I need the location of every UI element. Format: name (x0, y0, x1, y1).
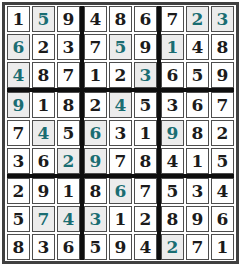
cell-r8c5[interactable]: 1 (109, 206, 132, 232)
cell-r8c3[interactable]: 4 (57, 206, 80, 232)
cell-r7c5[interactable]: 6 (109, 178, 132, 204)
sudoku-boxes: 1596234874867591237231486599187453622456… (7, 6, 234, 260)
cell-r4c7[interactable]: 3 (161, 92, 184, 118)
cell-r1c8[interactable]: 2 (186, 6, 209, 32)
cell-r9c4[interactable]: 5 (84, 234, 107, 260)
cell-r9c3[interactable]: 6 (57, 234, 80, 260)
cell-r4c5[interactable]: 4 (109, 92, 132, 118)
cell-r9c1[interactable]: 8 (7, 234, 30, 260)
cell-r5c2[interactable]: 4 (32, 120, 55, 146)
box-2: 486759123 (84, 6, 157, 88)
cell-r6c8[interactable]: 1 (186, 148, 209, 174)
cell-r7c6[interactable]: 7 (134, 178, 157, 204)
cell-r2c9[interactable]: 8 (211, 34, 234, 60)
cell-r4c6[interactable]: 5 (134, 92, 157, 118)
cell-r1c4[interactable]: 4 (84, 6, 107, 32)
cell-r4c2[interactable]: 1 (32, 92, 55, 118)
cell-r8c8[interactable]: 9 (186, 206, 209, 232)
cell-r8c9[interactable]: 6 (211, 206, 234, 232)
cell-r1c1[interactable]: 1 (7, 6, 30, 32)
cell-r2c2[interactable]: 2 (32, 34, 55, 60)
cell-r1c3[interactable]: 9 (57, 6, 80, 32)
cell-r9c6[interactable]: 4 (134, 234, 157, 260)
cell-r7c4[interactable]: 8 (84, 178, 107, 204)
cell-r9c8[interactable]: 7 (186, 234, 209, 260)
cell-r8c4[interactable]: 3 (84, 206, 107, 232)
cell-r6c5[interactable]: 7 (109, 148, 132, 174)
box-5: 245631978 (84, 92, 157, 174)
cell-r5c6[interactable]: 1 (134, 120, 157, 146)
cell-r8c2[interactable]: 7 (32, 206, 55, 232)
cell-r9c9[interactable]: 1 (211, 234, 234, 260)
cell-r1c7[interactable]: 7 (161, 6, 184, 32)
cell-r3c8[interactable]: 5 (186, 62, 209, 88)
box-8: 867312594 (84, 178, 157, 260)
cell-r7c1[interactable]: 2 (7, 178, 30, 204)
cell-r6c3[interactable]: 2 (57, 148, 80, 174)
cell-r7c2[interactable]: 9 (32, 178, 55, 204)
box-6: 367982415 (161, 92, 234, 174)
cell-r5c8[interactable]: 8 (186, 120, 209, 146)
box-9: 534896271 (161, 178, 234, 260)
cell-r9c5[interactable]: 9 (109, 234, 132, 260)
sudoku-board: 1596234874867591237231486599187453622456… (2, 2, 239, 264)
cell-r3c5[interactable]: 2 (109, 62, 132, 88)
cell-r2c4[interactable]: 7 (84, 34, 107, 60)
cell-r1c9[interactable]: 3 (211, 6, 234, 32)
cell-r1c2[interactable]: 5 (32, 6, 55, 32)
box-3: 723148659 (161, 6, 234, 88)
cell-r4c1[interactable]: 9 (7, 92, 30, 118)
cell-r5c3[interactable]: 5 (57, 120, 80, 146)
cell-r3c3[interactable]: 7 (57, 62, 80, 88)
cell-r7c3[interactable]: 1 (57, 178, 80, 204)
cell-r8c7[interactable]: 8 (161, 206, 184, 232)
box-1: 159623487 (7, 6, 80, 88)
cell-r2c6[interactable]: 9 (134, 34, 157, 60)
cell-r2c8[interactable]: 4 (186, 34, 209, 60)
cell-r5c1[interactable]: 7 (7, 120, 30, 146)
cell-r5c7[interactable]: 9 (161, 120, 184, 146)
cell-r9c2[interactable]: 3 (32, 234, 55, 260)
cell-r1c5[interactable]: 8 (109, 6, 132, 32)
cell-r6c9[interactable]: 5 (211, 148, 234, 174)
cell-r7c8[interactable]: 3 (186, 178, 209, 204)
cell-r4c9[interactable]: 7 (211, 92, 234, 118)
cell-r3c6[interactable]: 3 (134, 62, 157, 88)
cell-r3c1[interactable]: 4 (7, 62, 30, 88)
cell-r5c5[interactable]: 3 (109, 120, 132, 146)
cell-r9c7[interactable]: 2 (161, 234, 184, 260)
cell-r4c3[interactable]: 8 (57, 92, 80, 118)
cell-r6c6[interactable]: 8 (134, 148, 157, 174)
cell-r4c4[interactable]: 2 (84, 92, 107, 118)
cell-r2c7[interactable]: 1 (161, 34, 184, 60)
cell-r5c4[interactable]: 6 (84, 120, 107, 146)
cell-r6c2[interactable]: 6 (32, 148, 55, 174)
cell-r3c7[interactable]: 6 (161, 62, 184, 88)
cell-r6c7[interactable]: 4 (161, 148, 184, 174)
box-4: 918745362 (7, 92, 80, 174)
cell-r8c6[interactable]: 2 (134, 206, 157, 232)
cell-r3c2[interactable]: 8 (32, 62, 55, 88)
cell-r7c7[interactable]: 5 (161, 178, 184, 204)
cell-r6c1[interactable]: 3 (7, 148, 30, 174)
cell-r7c9[interactable]: 4 (211, 178, 234, 204)
cell-r5c9[interactable]: 2 (211, 120, 234, 146)
cell-r3c4[interactable]: 1 (84, 62, 107, 88)
cell-r1c6[interactable]: 6 (134, 6, 157, 32)
cell-r3c9[interactable]: 9 (211, 62, 234, 88)
cell-r4c8[interactable]: 6 (186, 92, 209, 118)
cell-r8c1[interactable]: 5 (7, 206, 30, 232)
cell-r2c1[interactable]: 6 (7, 34, 30, 60)
box-7: 291574836 (7, 178, 80, 260)
cell-r2c3[interactable]: 3 (57, 34, 80, 60)
cell-r2c5[interactable]: 5 (109, 34, 132, 60)
cell-r6c4[interactable]: 9 (84, 148, 107, 174)
